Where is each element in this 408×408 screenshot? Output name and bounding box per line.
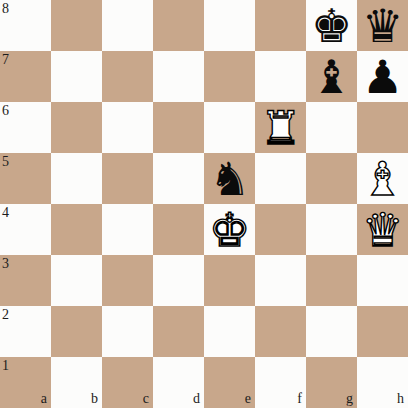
chess-board: 8♚♛7♝♟6♜5♞♝4♚♛321abcdefgh	[0, 0, 408, 408]
square-c1[interactable]: c	[102, 357, 153, 408]
square-h4[interactable]: ♛	[357, 204, 408, 255]
square-f8[interactable]	[255, 0, 306, 51]
square-b2[interactable]	[51, 306, 102, 357]
square-g5[interactable]	[306, 153, 357, 204]
black-pawn-piece[interactable]: ♟	[357, 51, 408, 102]
square-e4[interactable]: ♚	[204, 204, 255, 255]
square-b7[interactable]	[51, 51, 102, 102]
white-queen-piece[interactable]: ♛	[357, 204, 408, 255]
square-h7[interactable]: ♟	[357, 51, 408, 102]
square-e7[interactable]	[204, 51, 255, 102]
rank-label-2: 2	[2, 308, 9, 322]
square-f7[interactable]	[255, 51, 306, 102]
square-a8[interactable]: 8	[0, 0, 51, 51]
square-e6[interactable]	[204, 102, 255, 153]
square-a5[interactable]: 5	[0, 153, 51, 204]
square-g1[interactable]: g	[306, 357, 357, 408]
square-b5[interactable]	[51, 153, 102, 204]
square-f4[interactable]	[255, 204, 306, 255]
square-c8[interactable]	[102, 0, 153, 51]
square-f5[interactable]	[255, 153, 306, 204]
white-bishop-piece[interactable]: ♝	[357, 153, 408, 204]
square-g8[interactable]: ♚	[306, 0, 357, 51]
square-b6[interactable]	[51, 102, 102, 153]
file-label-h: h	[397, 392, 404, 406]
square-f6[interactable]: ♜	[255, 102, 306, 153]
square-g6[interactable]	[306, 102, 357, 153]
rank-label-3: 3	[2, 257, 9, 271]
square-g7[interactable]: ♝	[306, 51, 357, 102]
rank-label-6: 6	[2, 104, 9, 118]
square-e1[interactable]: e	[204, 357, 255, 408]
black-knight-piece[interactable]: ♞	[204, 153, 255, 204]
square-b1[interactable]: b	[51, 357, 102, 408]
square-d3[interactable]	[153, 255, 204, 306]
rank-label-8: 8	[2, 2, 9, 16]
square-h8[interactable]: ♛	[357, 0, 408, 51]
file-label-f: f	[297, 392, 302, 406]
square-d6[interactable]	[153, 102, 204, 153]
square-d5[interactable]	[153, 153, 204, 204]
square-c7[interactable]	[102, 51, 153, 102]
square-f2[interactable]	[255, 306, 306, 357]
square-a2[interactable]: 2	[0, 306, 51, 357]
square-c2[interactable]	[102, 306, 153, 357]
square-c6[interactable]	[102, 102, 153, 153]
square-b4[interactable]	[51, 204, 102, 255]
square-d2[interactable]	[153, 306, 204, 357]
square-d7[interactable]	[153, 51, 204, 102]
square-e2[interactable]	[204, 306, 255, 357]
square-e3[interactable]	[204, 255, 255, 306]
rank-label-4: 4	[2, 206, 9, 220]
black-queen-piece[interactable]: ♛	[357, 0, 408, 51]
rank-label-1: 1	[2, 359, 9, 373]
square-h3[interactable]	[357, 255, 408, 306]
square-e8[interactable]	[204, 0, 255, 51]
file-label-b: b	[91, 392, 98, 406]
square-e5[interactable]: ♞	[204, 153, 255, 204]
square-a1[interactable]: 1a	[0, 357, 51, 408]
file-label-e: e	[245, 392, 251, 406]
black-bishop-piece[interactable]: ♝	[306, 51, 357, 102]
white-rook-piece[interactable]: ♜	[255, 102, 306, 153]
square-c3[interactable]	[102, 255, 153, 306]
square-d8[interactable]	[153, 0, 204, 51]
square-h6[interactable]	[357, 102, 408, 153]
file-label-c: c	[143, 392, 149, 406]
square-a7[interactable]: 7	[0, 51, 51, 102]
square-f3[interactable]	[255, 255, 306, 306]
square-d1[interactable]: d	[153, 357, 204, 408]
file-label-g: g	[346, 392, 353, 406]
square-a4[interactable]: 4	[0, 204, 51, 255]
file-label-a: a	[41, 392, 47, 406]
square-c4[interactable]	[102, 204, 153, 255]
square-d4[interactable]	[153, 204, 204, 255]
square-c5[interactable]	[102, 153, 153, 204]
black-king-piece[interactable]: ♚	[306, 0, 357, 51]
square-h2[interactable]	[357, 306, 408, 357]
square-a6[interactable]: 6	[0, 102, 51, 153]
square-g4[interactable]	[306, 204, 357, 255]
square-h5[interactable]: ♝	[357, 153, 408, 204]
rank-label-5: 5	[2, 155, 9, 169]
file-label-d: d	[193, 392, 200, 406]
rank-label-7: 7	[2, 53, 9, 67]
square-f1[interactable]: f	[255, 357, 306, 408]
square-g2[interactable]	[306, 306, 357, 357]
square-h1[interactable]: h	[357, 357, 408, 408]
square-b3[interactable]	[51, 255, 102, 306]
square-a3[interactable]: 3	[0, 255, 51, 306]
square-g3[interactable]	[306, 255, 357, 306]
square-b8[interactable]	[51, 0, 102, 51]
white-king-piece[interactable]: ♚	[204, 204, 255, 255]
